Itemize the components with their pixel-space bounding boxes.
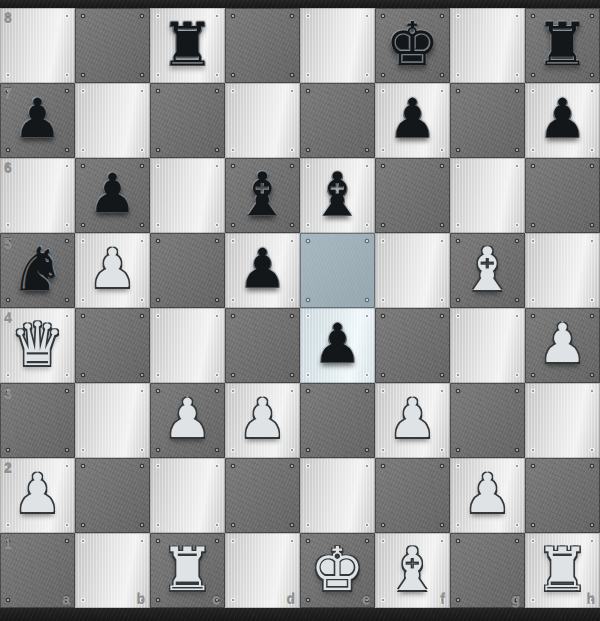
square-d7[interactable] — [225, 83, 300, 158]
square-b1[interactable]: b — [75, 533, 150, 608]
square-e1[interactable]: e♚ — [300, 533, 375, 608]
rank-label-8: 8 — [4, 10, 12, 26]
square-e4[interactable]: ♟ — [300, 308, 375, 383]
rank-label-1: 1 — [4, 535, 12, 551]
square-d2[interactable] — [225, 458, 300, 533]
square-h3[interactable] — [525, 383, 600, 458]
white-pawn-c3[interactable]: ♟ — [150, 383, 225, 458]
square-g7[interactable] — [450, 83, 525, 158]
black-pawn-h7[interactable]: ♟ — [525, 83, 600, 158]
square-c5[interactable] — [150, 233, 225, 308]
square-h6[interactable] — [525, 158, 600, 233]
white-bishop-f1[interactable]: ♝ — [375, 533, 450, 608]
square-c3[interactable]: ♟ — [150, 383, 225, 458]
square-a5[interactable]: 5♞ — [0, 233, 75, 308]
square-d8[interactable] — [225, 8, 300, 83]
square-h2[interactable] — [525, 458, 600, 533]
black-rook-c8[interactable]: ♜ — [150, 8, 225, 83]
square-c6[interactable] — [150, 158, 225, 233]
square-h1[interactable]: h♜ — [525, 533, 600, 608]
square-a2[interactable]: 2♟ — [0, 458, 75, 533]
square-a3[interactable]: 3 — [0, 383, 75, 458]
square-g8[interactable] — [450, 8, 525, 83]
square-b8[interactable] — [75, 8, 150, 83]
file-label-g: g — [511, 591, 520, 607]
square-f5[interactable] — [375, 233, 450, 308]
square-d3[interactable]: ♟ — [225, 383, 300, 458]
white-pawn-a2[interactable]: ♟ — [0, 458, 75, 533]
white-bishop-g5[interactable]: ♝ — [450, 233, 525, 308]
file-label-d: d — [286, 591, 295, 607]
black-bishop-e6[interactable]: ♝ — [300, 158, 375, 233]
black-bishop-d6[interactable]: ♝ — [225, 158, 300, 233]
chess-app-window: 8♜♚♜7♟♟♟6♟♝♝5♞♟♟♝4♛♟♟3♟♟♟2♟♟1abc♜de♚f♝gh… — [0, 0, 600, 621]
chess-board: 8♜♚♜7♟♟♟6♟♝♝5♞♟♟♝4♛♟♟3♟♟♟2♟♟1abc♜de♚f♝gh… — [0, 8, 600, 608]
square-f3[interactable]: ♟ — [375, 383, 450, 458]
white-pawn-g2[interactable]: ♟ — [450, 458, 525, 533]
square-f6[interactable] — [375, 158, 450, 233]
board-frame-bottom — [0, 608, 600, 621]
square-g6[interactable] — [450, 158, 525, 233]
white-rook-c1[interactable]: ♜ — [150, 533, 225, 608]
white-king-e1[interactable]: ♚ — [300, 533, 375, 608]
white-rook-h1[interactable]: ♜ — [525, 533, 600, 608]
square-a4[interactable]: 4♛ — [0, 308, 75, 383]
white-pawn-h4[interactable]: ♟ — [525, 308, 600, 383]
square-g5[interactable]: ♝ — [450, 233, 525, 308]
board-frame-top — [0, 0, 600, 8]
square-g3[interactable] — [450, 383, 525, 458]
square-d4[interactable] — [225, 308, 300, 383]
square-h4[interactable]: ♟ — [525, 308, 600, 383]
square-h7[interactable]: ♟ — [525, 83, 600, 158]
square-b4[interactable] — [75, 308, 150, 383]
square-a7[interactable]: 7♟ — [0, 83, 75, 158]
white-pawn-d3[interactable]: ♟ — [225, 383, 300, 458]
square-a1[interactable]: 1a — [0, 533, 75, 608]
square-e5[interactable] — [300, 233, 375, 308]
square-f1[interactable]: f♝ — [375, 533, 450, 608]
black-pawn-b6[interactable]: ♟ — [75, 158, 150, 233]
file-label-a: a — [62, 591, 70, 607]
square-f2[interactable] — [375, 458, 450, 533]
square-d1[interactable]: d — [225, 533, 300, 608]
rank-label-3: 3 — [4, 385, 12, 401]
square-e8[interactable] — [300, 8, 375, 83]
black-pawn-e4[interactable]: ♟ — [300, 308, 375, 383]
square-e2[interactable] — [300, 458, 375, 533]
square-f8[interactable]: ♚ — [375, 8, 450, 83]
square-h5[interactable] — [525, 233, 600, 308]
black-knight-a5[interactable]: ♞ — [0, 233, 75, 308]
square-d5[interactable]: ♟ — [225, 233, 300, 308]
square-g1[interactable]: g — [450, 533, 525, 608]
square-b6[interactable]: ♟ — [75, 158, 150, 233]
black-king-f8[interactable]: ♚ — [375, 8, 450, 83]
white-pawn-b5[interactable]: ♟ — [75, 233, 150, 308]
square-e3[interactable] — [300, 383, 375, 458]
square-e6[interactable]: ♝ — [300, 158, 375, 233]
square-g2[interactable]: ♟ — [450, 458, 525, 533]
square-b2[interactable] — [75, 458, 150, 533]
rank-label-6: 6 — [4, 160, 12, 176]
white-queen-a4[interactable]: ♛ — [0, 308, 75, 383]
square-b7[interactable] — [75, 83, 150, 158]
square-h8[interactable]: ♜ — [525, 8, 600, 83]
square-a8[interactable]: 8 — [0, 8, 75, 83]
square-d6[interactable]: ♝ — [225, 158, 300, 233]
black-rook-h8[interactable]: ♜ — [525, 8, 600, 83]
square-c8[interactable]: ♜ — [150, 8, 225, 83]
square-c1[interactable]: c♜ — [150, 533, 225, 608]
square-a6[interactable]: 6 — [0, 158, 75, 233]
square-b5[interactable]: ♟ — [75, 233, 150, 308]
square-g4[interactable] — [450, 308, 525, 383]
square-f7[interactable]: ♟ — [375, 83, 450, 158]
file-label-b: b — [136, 591, 145, 607]
black-pawn-d5[interactable]: ♟ — [225, 233, 300, 308]
square-c4[interactable] — [150, 308, 225, 383]
white-pawn-f3[interactable]: ♟ — [375, 383, 450, 458]
square-b3[interactable] — [75, 383, 150, 458]
black-pawn-f7[interactable]: ♟ — [375, 83, 450, 158]
square-f4[interactable] — [375, 308, 450, 383]
black-pawn-a7[interactable]: ♟ — [0, 83, 75, 158]
square-c7[interactable] — [150, 83, 225, 158]
square-e7[interactable] — [300, 83, 375, 158]
square-c2[interactable] — [150, 458, 225, 533]
